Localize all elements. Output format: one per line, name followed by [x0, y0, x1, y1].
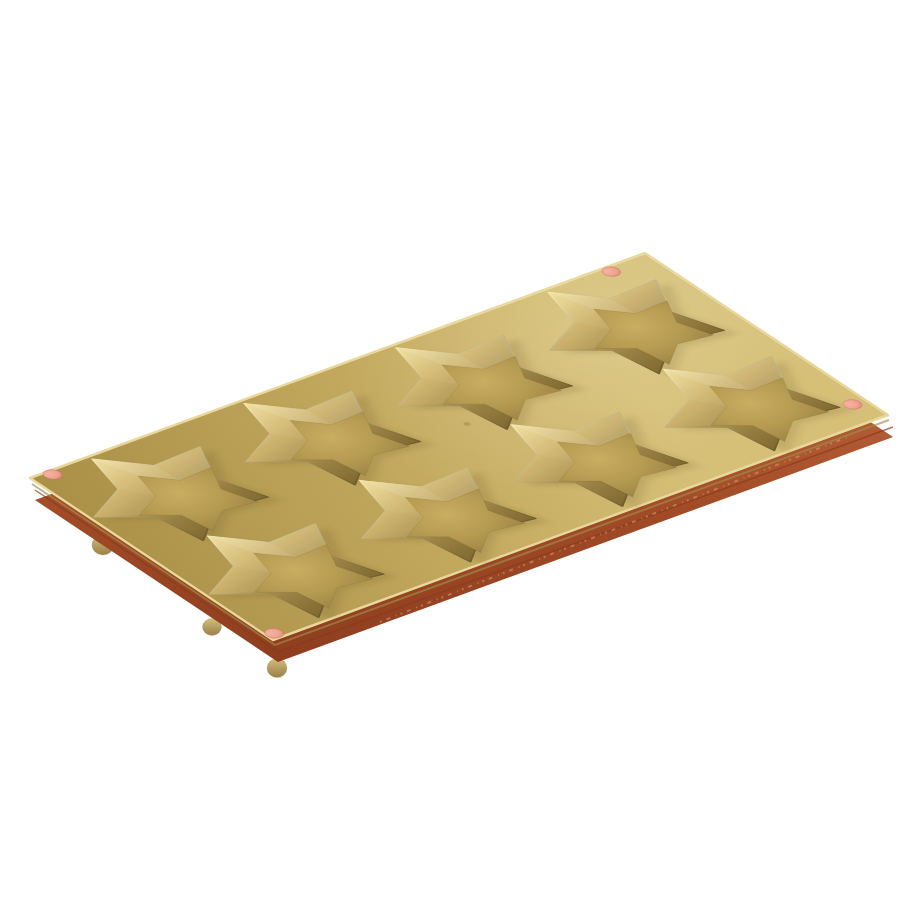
- baking-mold-illustration: [0, 0, 900, 900]
- mold-foot: [267, 659, 287, 678]
- product-photo: [0, 0, 900, 900]
